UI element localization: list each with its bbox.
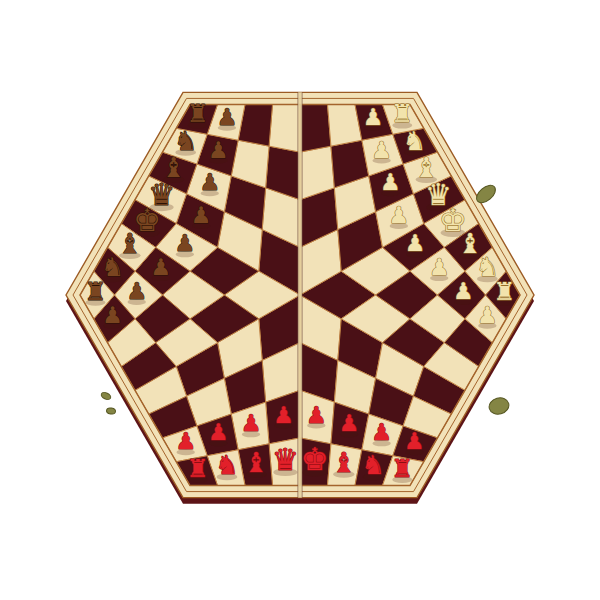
piece-red-R[interactable]: ♜: [391, 454, 413, 483]
piece-red-R[interactable]: ♜: [187, 454, 209, 483]
piece-red-P[interactable]: ♟: [273, 402, 294, 428]
piece-red-N[interactable]: ♞: [215, 450, 238, 480]
piece-red-Q[interactable]: ♛: [272, 442, 299, 477]
piece-red-P[interactable]: ♟: [208, 419, 229, 445]
piece-cream-R[interactable]: ♜: [391, 99, 413, 128]
brass-clasp: [106, 407, 116, 414]
brass-clasp: [100, 391, 112, 401]
piece-red-P[interactable]: ♟: [306, 402, 327, 428]
board-cell[interactable]: [300, 104, 331, 152]
piece-red-N[interactable]: ♞: [361, 450, 384, 480]
piece-brown-P[interactable]: ♟: [175, 230, 196, 256]
three-player-chess-board: ♜♜♟♟♞♞♟♟♝♝♟♟♛♛♟♟♚♚♝♟♝♟♞♟♞♟♜♟♜♟♟♟♟♟♟♟♟♟♟♟…: [0, 0, 600, 600]
piece-red-K[interactable]: ♚: [301, 441, 329, 477]
piece-red-B[interactable]: ♝: [332, 447, 356, 478]
piece-cream-P[interactable]: ♟: [453, 278, 474, 304]
piece-red-P[interactable]: ♟: [404, 428, 425, 454]
piece-brown-R[interactable]: ♜: [187, 99, 209, 128]
piece-red-P[interactable]: ♟: [371, 419, 392, 445]
piece-cream-P[interactable]: ♟: [429, 254, 450, 280]
piece-cream-P[interactable]: ♟: [363, 104, 384, 130]
piece-red-P[interactable]: ♟: [241, 410, 262, 436]
piece-brown-P[interactable]: ♟: [199, 169, 220, 195]
piece-red-P[interactable]: ♟: [175, 428, 196, 454]
piece-brown-P[interactable]: ♟: [150, 254, 171, 280]
piece-cream-P[interactable]: ♟: [380, 169, 401, 195]
piece-cream-P[interactable]: ♟: [405, 230, 426, 256]
fold-seam: [297, 0, 302, 600]
piece-brown-P[interactable]: ♟: [208, 137, 229, 163]
piece-cream-P[interactable]: ♟: [477, 302, 498, 328]
piece-cream-P[interactable]: ♟: [389, 202, 410, 228]
piece-brown-P[interactable]: ♟: [126, 278, 147, 304]
piece-brown-P[interactable]: ♟: [191, 202, 212, 228]
brass-clasp: [487, 396, 510, 417]
piece-cream-P[interactable]: ♟: [371, 137, 392, 163]
piece-red-B[interactable]: ♝: [244, 447, 268, 478]
piece-brown-P[interactable]: ♟: [102, 302, 123, 328]
board-cell[interactable]: [269, 104, 300, 152]
product-photo: ♜♜♟♟♞♞♟♟♝♝♟♟♛♛♟♟♚♚♝♟♝♟♞♟♞♟♜♟♜♟♟♟♟♟♟♟♟♟♟♟…: [0, 0, 600, 600]
piece-brown-P[interactable]: ♟: [217, 104, 238, 130]
piece-red-P[interactable]: ♟: [339, 410, 360, 436]
